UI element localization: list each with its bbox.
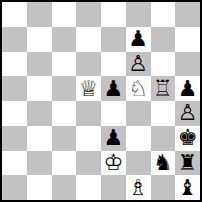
square-h3[interactable]: ♚ bbox=[175, 126, 200, 151]
square-a1[interactable] bbox=[2, 175, 27, 200]
square-c2[interactable] bbox=[52, 151, 77, 176]
square-a4[interactable] bbox=[2, 101, 27, 126]
square-a7[interactable] bbox=[2, 27, 27, 52]
square-h6[interactable] bbox=[175, 52, 200, 77]
square-g8[interactable] bbox=[151, 2, 176, 27]
white-bishop-piece: ♗ bbox=[128, 177, 148, 199]
square-h4[interactable]: ♙ bbox=[175, 101, 200, 126]
square-g2[interactable]: ♞ bbox=[151, 151, 176, 176]
white-queen-piece: ♕ bbox=[79, 78, 99, 100]
black-knight-piece: ♞ bbox=[153, 152, 173, 174]
square-c7[interactable] bbox=[52, 27, 77, 52]
square-f6[interactable]: ♙ bbox=[126, 52, 151, 77]
square-g1[interactable] bbox=[151, 175, 176, 200]
square-b1[interactable] bbox=[27, 175, 52, 200]
square-b3[interactable] bbox=[27, 126, 52, 151]
square-h1[interactable]: ♝ bbox=[175, 175, 200, 200]
black-king-piece: ♚ bbox=[178, 127, 198, 149]
square-g6[interactable] bbox=[151, 52, 176, 77]
square-f5[interactable]: ♘ bbox=[126, 76, 151, 101]
square-h8[interactable] bbox=[175, 2, 200, 27]
square-b7[interactable] bbox=[27, 27, 52, 52]
square-d7[interactable] bbox=[76, 27, 101, 52]
square-b2[interactable] bbox=[27, 151, 52, 176]
square-c3[interactable] bbox=[52, 126, 77, 151]
black-pawn-piece: ♟ bbox=[104, 127, 124, 149]
square-d1[interactable] bbox=[76, 175, 101, 200]
square-d4[interactable] bbox=[76, 101, 101, 126]
square-e4[interactable] bbox=[101, 101, 126, 126]
square-b5[interactable] bbox=[27, 76, 52, 101]
square-f1[interactable]: ♗ bbox=[126, 175, 151, 200]
white-rook-piece: ♖ bbox=[153, 78, 173, 100]
square-e8[interactable] bbox=[101, 2, 126, 27]
square-a6[interactable] bbox=[2, 52, 27, 77]
square-f8[interactable] bbox=[126, 2, 151, 27]
square-f2[interactable] bbox=[126, 151, 151, 176]
square-e3[interactable]: ♟ bbox=[101, 126, 126, 151]
square-d6[interactable] bbox=[76, 52, 101, 77]
black-pawn-piece: ♟ bbox=[104, 78, 124, 100]
square-a2[interactable] bbox=[2, 151, 27, 176]
chess-board: ♟♙♕♟♘♖♟♙♟♚♔♞♜♗♝ bbox=[0, 0, 202, 202]
square-c8[interactable] bbox=[52, 2, 77, 27]
square-e1[interactable] bbox=[101, 175, 126, 200]
square-f4[interactable] bbox=[126, 101, 151, 126]
white-knight-piece: ♘ bbox=[128, 78, 148, 100]
white-pawn-piece: ♙ bbox=[128, 53, 148, 75]
square-b6[interactable] bbox=[27, 52, 52, 77]
square-g4[interactable] bbox=[151, 101, 176, 126]
square-g7[interactable] bbox=[151, 27, 176, 52]
square-h5[interactable]: ♟ bbox=[175, 76, 200, 101]
square-g3[interactable] bbox=[151, 126, 176, 151]
square-f7[interactable]: ♟ bbox=[126, 27, 151, 52]
square-d8[interactable] bbox=[76, 2, 101, 27]
square-g5[interactable]: ♖ bbox=[151, 76, 176, 101]
square-c1[interactable] bbox=[52, 175, 77, 200]
square-c4[interactable] bbox=[52, 101, 77, 126]
white-king-piece: ♔ bbox=[104, 152, 124, 174]
square-b8[interactable] bbox=[27, 2, 52, 27]
square-d3[interactable] bbox=[76, 126, 101, 151]
black-pawn-piece: ♟ bbox=[178, 78, 198, 100]
square-e6[interactable] bbox=[101, 52, 126, 77]
square-e5[interactable]: ♟ bbox=[101, 76, 126, 101]
black-pawn-piece: ♟ bbox=[128, 28, 148, 50]
square-c6[interactable] bbox=[52, 52, 77, 77]
square-d5[interactable]: ♕ bbox=[76, 76, 101, 101]
square-e7[interactable] bbox=[101, 27, 126, 52]
white-pawn-piece: ♙ bbox=[178, 102, 198, 124]
black-rook-piece: ♜ bbox=[178, 152, 198, 174]
square-a8[interactable] bbox=[2, 2, 27, 27]
black-bishop-piece: ♝ bbox=[178, 177, 198, 199]
square-f3[interactable] bbox=[126, 126, 151, 151]
square-a5[interactable] bbox=[2, 76, 27, 101]
square-d2[interactable] bbox=[76, 151, 101, 176]
square-e2[interactable]: ♔ bbox=[101, 151, 126, 176]
square-b4[interactable] bbox=[27, 101, 52, 126]
square-a3[interactable] bbox=[2, 126, 27, 151]
square-h2[interactable]: ♜ bbox=[175, 151, 200, 176]
square-c5[interactable] bbox=[52, 76, 77, 101]
square-h7[interactable] bbox=[175, 27, 200, 52]
